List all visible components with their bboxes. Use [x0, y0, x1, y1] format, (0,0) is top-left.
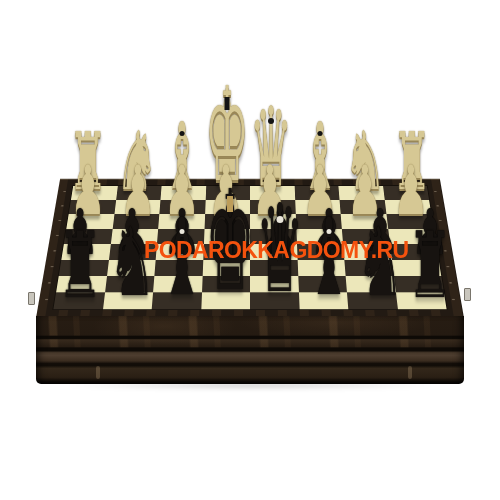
frame-coordinate-mark: [63, 191, 66, 192]
white-queen-finial-icon: [268, 118, 274, 124]
watermark-text: PODAROKKAGDOMY.RU: [144, 237, 409, 264]
frame-coordinate-mark: [434, 191, 437, 192]
frame-coordinate-mark: [51, 266, 54, 268]
box-molding-notch-right: [408, 366, 412, 379]
black-bishop-finial-icon: [180, 229, 185, 234]
frame-coordinate-mark: [48, 282, 51, 284]
black-king-finial-icon: [227, 196, 233, 212]
chess-set-photo: ♜♞♝♚♛♝♞♜♟♟♟♟♟♟♟♟♟♟♟♟♟♟♟♟♜♞♝♚♛♝♞♜ PODAROK…: [0, 0, 500, 500]
frame-coordinate-mark: [53, 250, 56, 251]
white-bishop-finial-icon: [318, 131, 323, 136]
black-queen-finial-icon: [277, 216, 284, 223]
box-hinge-right-icon: [464, 288, 471, 301]
white-king-finial-icon: [225, 97, 230, 110]
black-bishop-finial-icon: [327, 229, 332, 234]
black-rook-glyph: ♜: [57, 219, 102, 310]
frame-coordinate-mark: [45, 299, 48, 301]
box-hinge-left-icon: [28, 292, 35, 305]
box-molding-notch-left: [96, 366, 100, 379]
white-bishop-finial-icon: [180, 131, 185, 136]
black-rook-glyph: ♜: [407, 219, 452, 310]
chess-box-base: [36, 316, 464, 384]
